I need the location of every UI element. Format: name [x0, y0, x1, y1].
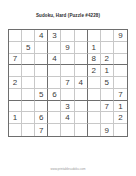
sudoku-cell-r9c3: 7	[35, 124, 48, 136]
sudoku-cell-r4c3	[35, 65, 48, 77]
sudoku-cell-r4c1	[9, 65, 22, 77]
sudoku-cell-r6c7	[88, 89, 101, 101]
sudoku-cell-r7c1	[9, 101, 22, 113]
sudoku-cell-r1c1	[9, 30, 22, 42]
sudoku-cell-r2c3	[35, 42, 48, 54]
sudoku-cell-r2c5: 9	[61, 42, 74, 54]
sudoku-cell-r5c7	[88, 77, 101, 89]
sudoku-cell-r8c8	[101, 112, 114, 124]
sudoku-cell-r9c9	[114, 124, 127, 136]
sudoku-cell-r3c7: 8	[88, 54, 101, 66]
sudoku-cell-r5c2	[22, 77, 35, 89]
sudoku-cell-r3c1: 7	[9, 54, 22, 66]
sudoku-cell-r6c3: 5	[35, 89, 48, 101]
sudoku-cell-r6c2	[22, 89, 35, 101]
sudoku-cell-r9c8: 9	[101, 124, 114, 136]
sudoku-cell-r5c4	[48, 77, 61, 89]
sudoku-cell-r8c5: 4	[61, 112, 74, 124]
sudoku-cell-r9c6	[75, 124, 88, 136]
sudoku-cell-r6c9: 7	[114, 89, 127, 101]
sudoku-cell-r3c6	[75, 54, 88, 66]
sudoku-cell-r4c7: 2	[88, 65, 101, 77]
sudoku-cell-r7c3	[35, 101, 48, 113]
sudoku-cell-r4c8: 1	[101, 65, 114, 77]
sudoku-cell-r5c3	[35, 77, 48, 89]
sudoku-cell-r2c4	[48, 42, 61, 54]
sudoku-cell-r6c5	[61, 89, 74, 101]
sudoku-cell-r4c2	[22, 65, 35, 77]
sudoku-cell-r1c8	[101, 30, 114, 42]
sudoku-cell-r1c2	[22, 30, 35, 42]
sudoku-cell-r5c5: 7	[61, 77, 74, 89]
sudoku-cell-r8c1: 1	[9, 112, 22, 124]
sudoku-cell-r1c4: 3	[48, 30, 61, 42]
sudoku-cell-r8c7	[88, 112, 101, 124]
sudoku-cell-r9c5	[61, 124, 74, 136]
sudoku-cell-r2c1	[9, 42, 22, 54]
sudoku-cell-r6c6	[75, 89, 88, 101]
sudoku-cell-r7c8: 7	[101, 101, 114, 113]
sudoku-cell-r1c7	[88, 30, 101, 42]
sudoku-cell-r8c2	[22, 112, 35, 124]
sudoku-cell-r3c3	[35, 54, 48, 66]
sudoku-cell-r4c4	[48, 65, 61, 77]
sudoku-cell-r2c8	[101, 42, 114, 54]
sudoku-cell-r4c6	[75, 65, 88, 77]
footer-url: www.printablesudoku.com	[0, 167, 136, 171]
sudoku-cell-r8c9: 2	[114, 112, 127, 124]
sudoku-cell-r9c7	[88, 124, 101, 136]
sudoku-cell-r7c4	[48, 101, 61, 113]
sudoku-cell-r1c9: 9	[114, 30, 127, 42]
sudoku-cell-r5c6: 4	[75, 77, 88, 89]
sudoku-cell-r9c1	[9, 124, 22, 136]
sudoku-cell-r4c9	[114, 65, 127, 77]
sudoku-cell-r1c5	[61, 30, 74, 42]
sudoku-cell-r6c1	[9, 89, 22, 101]
sudoku-cell-r2c6	[75, 42, 88, 54]
sudoku-cell-r7c5: 3	[61, 101, 74, 113]
sudoku-cell-r1c6	[75, 30, 88, 42]
sudoku-cell-r3c8: 2	[101, 54, 114, 66]
sudoku-cell-r1c3: 4	[35, 30, 48, 42]
sudoku-cell-r4c5	[61, 65, 74, 77]
sudoku-cell-r3c4: 4	[48, 54, 61, 66]
sudoku-grid: 4395917482212745567371164279	[8, 29, 128, 137]
sudoku-cell-r7c6	[75, 101, 88, 113]
sudoku-cell-r7c7	[88, 101, 101, 113]
sudoku-cell-r5c9	[114, 77, 127, 89]
sudoku-cell-r6c4: 6	[48, 89, 61, 101]
sudoku-cell-r3c9	[114, 54, 127, 66]
sudoku-cell-r6c8	[101, 89, 114, 101]
sudoku-cell-r2c7: 1	[88, 42, 101, 54]
sudoku-cell-r3c2	[22, 54, 35, 66]
sudoku-cell-r8c6	[75, 112, 88, 124]
sudoku-cell-r2c2: 5	[22, 42, 35, 54]
puzzle-title: Sudoku, Hard (Puzzle #4228)	[0, 13, 136, 18]
sudoku-cell-r5c1: 2	[9, 77, 22, 89]
sudoku-cell-r7c9: 1	[114, 101, 127, 113]
sudoku-cell-r9c2	[22, 124, 35, 136]
sudoku-cell-r3c5	[61, 54, 74, 66]
sudoku-cell-r7c2	[22, 101, 35, 113]
sudoku-cell-r9c4	[48, 124, 61, 136]
sudoku-page: Sudoku, Hard (Puzzle #4228) 439591748221…	[0, 0, 136, 176]
sudoku-cell-r8c4	[48, 112, 61, 124]
sudoku-cell-r8c3: 6	[35, 112, 48, 124]
sudoku-cell-r2c9	[114, 42, 127, 54]
sudoku-cell-r5c8: 5	[101, 77, 114, 89]
